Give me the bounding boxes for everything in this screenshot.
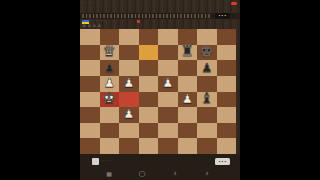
square-h2[interactable]	[217, 123, 237, 139]
black-pawn[interactable]: ♟	[201, 60, 212, 76]
square-c4[interactable]	[119, 92, 139, 108]
square-d3[interactable]	[139, 107, 159, 123]
bottom-player-bar[interactable]: ······ ···· •••	[80, 156, 240, 167]
square-c3[interactable]: ♟	[119, 107, 139, 123]
square-d7[interactable]	[139, 45, 159, 61]
bottom-player-avatar[interactable]	[92, 158, 99, 165]
square-f5[interactable]	[178, 76, 198, 92]
square-g6[interactable]: ♟	[197, 60, 217, 76]
square-a2[interactable]	[80, 123, 100, 139]
square-f4[interactable]: ♟	[178, 92, 198, 108]
app-screen: ···· ···· ··· ♙Chess.com ••• ········ ··…	[80, 0, 240, 180]
top-player-clock: •••	[215, 13, 230, 19]
bottom-nav-bar: ▦ ○ ‹ ›	[80, 168, 240, 180]
move-forward-icon[interactable]: ›	[202, 169, 212, 179]
square-a7[interactable]	[80, 45, 100, 61]
black-pawn[interactable]: ♟	[104, 60, 115, 76]
square-b1[interactable]	[100, 138, 120, 154]
square-c6[interactable]	[119, 60, 139, 76]
square-h8[interactable]	[217, 29, 237, 45]
square-f6[interactable]	[178, 60, 198, 76]
square-h5[interactable]	[217, 76, 237, 92]
square-h3[interactable]	[217, 107, 237, 123]
square-e2[interactable]	[158, 123, 178, 139]
square-b2[interactable]	[100, 123, 120, 139]
black-rook[interactable]: ♜	[181, 44, 194, 60]
black-bishop[interactable]: ♝	[200, 91, 213, 107]
board-menu-icon[interactable]: ▦	[104, 169, 114, 179]
square-g7[interactable]: ♚	[197, 45, 217, 61]
square-e8[interactable]	[158, 29, 178, 45]
options-circle-icon[interactable]: ○	[137, 169, 147, 179]
square-g1[interactable]	[197, 138, 217, 154]
square-a5[interactable]	[80, 76, 100, 92]
white-king[interactable]: ♚	[103, 91, 116, 107]
app-header: ♙Chess.com	[80, 4, 240, 12]
square-a8[interactable]	[80, 29, 100, 45]
white-pawn[interactable]: ♟	[123, 106, 134, 122]
black-king[interactable]: ♚	[200, 44, 213, 60]
white-queen[interactable]: ♛	[103, 44, 116, 60]
square-d6[interactable]	[139, 60, 159, 76]
move-list-moves	[82, 14, 211, 19]
square-b4[interactable]: ♚	[100, 92, 120, 108]
square-e4[interactable]	[158, 92, 178, 108]
square-h6[interactable]	[217, 60, 237, 76]
square-e5[interactable]: ♟	[158, 76, 178, 92]
square-e1[interactable]	[158, 138, 178, 154]
white-pawn[interactable]: ♟	[162, 75, 173, 91]
square-h7[interactable]	[217, 45, 237, 61]
square-c8[interactable]	[119, 29, 139, 45]
square-d1[interactable]	[139, 138, 159, 154]
square-a4[interactable]	[80, 92, 100, 108]
square-c2[interactable]	[119, 123, 139, 139]
square-a1[interactable]	[80, 138, 100, 154]
square-d2[interactable]	[139, 123, 159, 139]
square-e6[interactable]	[158, 60, 178, 76]
top-player-badge-icon	[137, 20, 140, 23]
white-pawn[interactable]: ♟	[123, 75, 134, 91]
square-e3[interactable]	[158, 107, 178, 123]
white-pawn[interactable]: ♟	[182, 91, 193, 107]
square-h1[interactable]	[217, 138, 237, 154]
square-c7[interactable]	[119, 45, 139, 61]
square-e7[interactable]	[158, 45, 178, 61]
video-frame: ···· ···· ··· ♙Chess.com ••• ········ ··…	[0, 0, 320, 180]
square-a6[interactable]	[80, 60, 100, 76]
square-c1[interactable]	[119, 138, 139, 154]
move-back-icon[interactable]: ‹	[170, 169, 180, 179]
square-a3[interactable]	[80, 107, 100, 123]
bottom-player-name: ······ ····	[101, 159, 113, 163]
top-player-captured-pieces: ♟♟♟♟	[82, 23, 102, 28]
square-d5[interactable]	[139, 76, 159, 92]
square-c5[interactable]: ♟	[119, 76, 139, 92]
square-g2[interactable]	[197, 123, 217, 139]
square-d8[interactable]	[139, 29, 159, 45]
bottom-player-clock: •••	[215, 158, 230, 165]
square-b7[interactable]: ♛	[100, 45, 120, 61]
status-bar-text: ···· ····	[84, 0, 94, 3]
top-player-bar[interactable]: ········ ······ ♟♟♟♟	[80, 19, 240, 29]
chess-board[interactable]: ♛♜♚♟♟♟♟♟♚♟♝♟	[80, 29, 236, 154]
square-h4[interactable]	[217, 92, 237, 108]
square-f1[interactable]	[178, 138, 198, 154]
square-d4[interactable]	[139, 92, 159, 108]
square-g3[interactable]	[197, 107, 217, 123]
status-bar-indicators: ···	[226, 0, 229, 3]
square-g4[interactable]: ♝	[197, 92, 217, 108]
square-f2[interactable]	[178, 123, 198, 139]
square-f3[interactable]	[178, 107, 198, 123]
square-b6[interactable]: ♟	[100, 60, 120, 76]
square-f7[interactable]: ♜	[178, 45, 198, 61]
square-b3[interactable]	[100, 107, 120, 123]
